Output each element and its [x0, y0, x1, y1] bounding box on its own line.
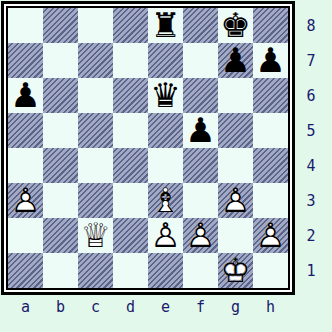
square-e8[interactable]: ♜ [148, 8, 183, 43]
square-f4[interactable] [183, 148, 218, 183]
square-h2[interactable]: ♟♙ [253, 218, 288, 253]
square-e2[interactable]: ♟♙ [148, 218, 183, 253]
square-a5[interactable] [8, 113, 43, 148]
piece-outline-layer: ♕ [78, 218, 113, 253]
square-a1[interactable] [8, 253, 43, 288]
square-e4[interactable] [148, 148, 183, 183]
rank-labels: 87654321 [297, 8, 325, 288]
square-a2[interactable] [8, 218, 43, 253]
square-f7[interactable] [183, 43, 218, 78]
black-pawn[interactable]: ♟ [253, 43, 288, 78]
piece-outline-layer: ♗ [148, 183, 183, 218]
white-pawn[interactable]: ♟♙ [183, 218, 218, 253]
white-bishop[interactable]: ♝♗ [148, 183, 183, 218]
square-f6[interactable] [183, 78, 218, 113]
piece-glyph: ♟ [218, 43, 253, 78]
piece-outline-layer: ♙ [148, 218, 183, 253]
file-label-a: a [8, 298, 43, 316]
square-e6[interactable]: ♛ [148, 78, 183, 113]
black-pawn[interactable]: ♟ [8, 78, 43, 113]
white-king[interactable]: ♚♔ [218, 253, 253, 288]
square-h6[interactable] [253, 78, 288, 113]
rank-label-4: 4 [297, 148, 325, 183]
piece-glyph: ♚ [218, 8, 253, 43]
square-d1[interactable] [113, 253, 148, 288]
square-c5[interactable] [78, 113, 113, 148]
square-c3[interactable] [78, 183, 113, 218]
square-g1[interactable]: ♚♔ [218, 253, 253, 288]
rank-label-5: 5 [297, 113, 325, 148]
piece-outline-layer: ♙ [8, 183, 43, 218]
square-h5[interactable] [253, 113, 288, 148]
square-b3[interactable] [43, 183, 78, 218]
piece-outline-layer: ♙ [183, 218, 218, 253]
piece-glyph: ♟ [253, 43, 288, 78]
square-g5[interactable] [218, 113, 253, 148]
square-a7[interactable] [8, 43, 43, 78]
piece-glyph: ♟ [8, 78, 43, 113]
square-d6[interactable] [113, 78, 148, 113]
square-f2[interactable]: ♟♙ [183, 218, 218, 253]
piece-outline-layer: ♙ [218, 183, 253, 218]
square-d8[interactable] [113, 8, 148, 43]
square-h8[interactable] [253, 8, 288, 43]
square-e3[interactable]: ♝♗ [148, 183, 183, 218]
white-pawn[interactable]: ♟♙ [148, 218, 183, 253]
black-pawn[interactable]: ♟ [218, 43, 253, 78]
square-c8[interactable] [78, 8, 113, 43]
square-d3[interactable] [113, 183, 148, 218]
square-g3[interactable]: ♟♙ [218, 183, 253, 218]
square-a6[interactable]: ♟ [8, 78, 43, 113]
board-frame-outer: ♜♚♟♟♟♛♟♟♙♝♗♟♙♛♕♟♙♟♙♟♙♚♔ [1, 1, 295, 295]
square-b7[interactable] [43, 43, 78, 78]
square-f8[interactable] [183, 8, 218, 43]
file-label-c: c [78, 298, 113, 316]
square-e7[interactable] [148, 43, 183, 78]
white-pawn[interactable]: ♟♙ [253, 218, 288, 253]
square-h3[interactable] [253, 183, 288, 218]
square-g4[interactable] [218, 148, 253, 183]
rank-label-8: 8 [297, 8, 325, 43]
square-c1[interactable] [78, 253, 113, 288]
square-a8[interactable] [8, 8, 43, 43]
square-g7[interactable]: ♟ [218, 43, 253, 78]
chess-board: ♜♚♟♟♟♛♟♟♙♝♗♟♙♛♕♟♙♟♙♟♙♚♔ [8, 8, 288, 288]
square-d5[interactable] [113, 113, 148, 148]
file-label-e: e [148, 298, 183, 316]
square-h7[interactable]: ♟ [253, 43, 288, 78]
black-king[interactable]: ♚ [218, 8, 253, 43]
square-g8[interactable]: ♚ [218, 8, 253, 43]
file-label-d: d [113, 298, 148, 316]
square-c2[interactable]: ♛♕ [78, 218, 113, 253]
square-h1[interactable] [253, 253, 288, 288]
square-g2[interactable] [218, 218, 253, 253]
rank-label-3: 3 [297, 183, 325, 218]
square-d4[interactable] [113, 148, 148, 183]
square-e5[interactable] [148, 113, 183, 148]
file-labels: abcdefgh [8, 298, 288, 316]
rank-label-7: 7 [297, 43, 325, 78]
white-queen[interactable]: ♛♕ [78, 218, 113, 253]
square-b6[interactable] [43, 78, 78, 113]
square-f3[interactable] [183, 183, 218, 218]
board-frame-inner: ♜♚♟♟♟♛♟♟♙♝♗♟♙♛♕♟♙♟♙♟♙♚♔ [6, 6, 290, 290]
piece-glyph: ♟ [183, 113, 218, 148]
square-d7[interactable] [113, 43, 148, 78]
white-pawn[interactable]: ♟♙ [218, 183, 253, 218]
square-h4[interactable] [253, 148, 288, 183]
square-b5[interactable] [43, 113, 78, 148]
rank-label-1: 1 [297, 253, 325, 288]
piece-glyph: ♛ [148, 78, 183, 113]
square-a4[interactable] [8, 148, 43, 183]
black-pawn[interactable]: ♟ [183, 113, 218, 148]
chess-diagram: ♜♚♟♟♟♛♟♟♙♝♗♟♙♛♕♟♙♟♙♟♙♚♔ abcdefgh 8765432… [0, 0, 332, 332]
square-e1[interactable] [148, 253, 183, 288]
file-label-f: f [183, 298, 218, 316]
black-queen[interactable]: ♛ [148, 78, 183, 113]
square-a3[interactable]: ♟♙ [8, 183, 43, 218]
square-g6[interactable] [218, 78, 253, 113]
square-c4[interactable] [78, 148, 113, 183]
piece-glyph: ♜ [148, 8, 183, 43]
square-d2[interactable] [113, 218, 148, 253]
piece-outline-layer: ♔ [218, 253, 253, 288]
file-label-g: g [218, 298, 253, 316]
file-label-b: b [43, 298, 78, 316]
rank-label-6: 6 [297, 78, 325, 113]
square-b1[interactable] [43, 253, 78, 288]
square-b2[interactable] [43, 218, 78, 253]
square-c7[interactable] [78, 43, 113, 78]
file-label-h: h [253, 298, 288, 316]
rank-label-2: 2 [297, 218, 325, 253]
square-f5[interactable]: ♟ [183, 113, 218, 148]
square-f1[interactable] [183, 253, 218, 288]
white-pawn[interactable]: ♟♙ [8, 183, 43, 218]
piece-outline-layer: ♙ [253, 218, 288, 253]
square-c6[interactable] [78, 78, 113, 113]
black-rook[interactable]: ♜ [148, 8, 183, 43]
square-b4[interactable] [43, 148, 78, 183]
square-b8[interactable] [43, 8, 78, 43]
